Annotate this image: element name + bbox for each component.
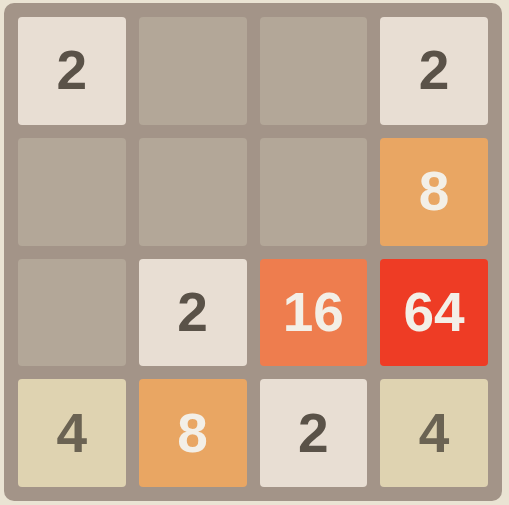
empty-cell [139,138,247,246]
empty-cell [18,138,126,246]
tile-16: 16 [260,259,368,367]
tile-8: 8 [380,138,488,246]
empty-cell [18,259,126,367]
tile-64: 64 [380,259,488,367]
empty-cell [260,17,368,125]
tile-4: 4 [18,379,126,487]
tile-2: 2 [139,259,247,367]
game-board-2048[interactable]: 228216644824 [4,3,502,501]
tile-8: 8 [139,379,247,487]
empty-cell [260,138,368,246]
tile-2: 2 [380,17,488,125]
tile-4: 4 [380,379,488,487]
empty-cell [139,17,247,125]
tile-2: 2 [18,17,126,125]
tile-2: 2 [260,379,368,487]
